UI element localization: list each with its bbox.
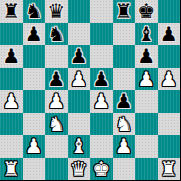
square-g5[interactable]: ♟ — [135, 68, 158, 91]
black-king-icon[interactable]: ♚ — [137, 0, 155, 22]
square-e5[interactable]: ♟ — [90, 68, 113, 91]
white-rook-icon[interactable]: ♜ — [2, 158, 20, 180]
black-queen-icon[interactable]: ♛ — [47, 0, 65, 22]
square-f3[interactable]: ♞ — [113, 113, 136, 136]
black-pawn-icon[interactable]: ♟ — [115, 90, 133, 112]
black-pawn-icon[interactable]: ♟ — [137, 45, 155, 67]
square-d2[interactable]: ♝ — [68, 135, 91, 158]
square-g4[interactable] — [135, 90, 158, 113]
square-h4[interactable] — [158, 90, 181, 113]
square-d4[interactable] — [68, 90, 91, 113]
square-a4[interactable]: ♟ — [0, 90, 23, 113]
white-bishop-icon[interactable]: ♝ — [70, 135, 88, 157]
square-b3[interactable] — [23, 113, 46, 136]
square-g1[interactable] — [135, 158, 158, 181]
square-d7[interactable] — [68, 23, 91, 46]
black-pawn-icon[interactable]: ♟ — [70, 45, 88, 67]
square-f5[interactable] — [113, 68, 136, 91]
square-e2[interactable] — [90, 135, 113, 158]
white-knight-icon[interactable]: ♞ — [115, 113, 133, 135]
square-e1[interactable]: ♚ — [90, 158, 113, 181]
white-pawn-icon[interactable]: ♟ — [137, 68, 155, 90]
square-f8[interactable]: ♜ — [113, 0, 136, 23]
square-h5[interactable]: ♟ — [158, 68, 181, 91]
black-pawn-icon[interactable]: ♟ — [25, 23, 43, 45]
white-pawn-icon[interactable]: ♟ — [92, 90, 110, 112]
black-pawn-icon[interactable]: ♟ — [160, 23, 178, 45]
black-bishop-icon[interactable]: ♝ — [137, 23, 155, 45]
black-pawn-icon[interactable]: ♟ — [92, 68, 110, 90]
square-c2[interactable] — [45, 135, 68, 158]
square-c8[interactable]: ♛ — [45, 0, 68, 23]
square-b8[interactable]: ♞ — [23, 0, 46, 23]
square-g3[interactable] — [135, 113, 158, 136]
square-h2[interactable] — [158, 135, 181, 158]
square-b6[interactable] — [23, 45, 46, 68]
black-knight-icon[interactable]: ♞ — [25, 0, 43, 22]
square-c6[interactable] — [45, 45, 68, 68]
white-pawn-icon[interactable]: ♟ — [47, 90, 65, 112]
white-king-icon[interactable]: ♚ — [92, 158, 110, 180]
square-d5[interactable]: ♟ — [68, 68, 91, 91]
white-pawn-icon[interactable]: ♟ — [115, 135, 133, 157]
white-pawn-icon[interactable]: ♟ — [70, 68, 88, 90]
square-d6[interactable]: ♟ — [68, 45, 91, 68]
square-a6[interactable]: ♟ — [0, 45, 23, 68]
square-h7[interactable]: ♟ — [158, 23, 181, 46]
square-b1[interactable] — [23, 158, 46, 181]
square-g2[interactable] — [135, 135, 158, 158]
square-h3[interactable] — [158, 113, 181, 136]
square-c4[interactable]: ♟ — [45, 90, 68, 113]
square-d3[interactable] — [68, 113, 91, 136]
square-d1[interactable]: ♛ — [68, 158, 91, 181]
square-a7[interactable] — [0, 23, 23, 46]
square-h1[interactable]: ♜ — [158, 158, 181, 181]
square-c7[interactable]: ♞ — [45, 23, 68, 46]
black-pawn-icon[interactable]: ♟ — [47, 68, 65, 90]
black-rook-icon[interactable]: ♜ — [115, 0, 133, 22]
square-a2[interactable] — [0, 135, 23, 158]
square-g6[interactable]: ♟ — [135, 45, 158, 68]
square-g7[interactable]: ♝ — [135, 23, 158, 46]
square-c3[interactable]: ♞ — [45, 113, 68, 136]
white-rook-icon[interactable]: ♜ — [160, 158, 178, 180]
square-b4[interactable] — [23, 90, 46, 113]
square-e3[interactable] — [90, 113, 113, 136]
square-b7[interactable]: ♟ — [23, 23, 46, 46]
square-e6[interactable] — [90, 45, 113, 68]
square-c1[interactable] — [45, 158, 68, 181]
black-knight-icon[interactable]: ♞ — [47, 23, 65, 45]
square-a1[interactable]: ♜ — [0, 158, 23, 181]
white-queen-icon[interactable]: ♛ — [70, 158, 88, 180]
white-pawn-icon[interactable]: ♟ — [2, 90, 20, 112]
square-a3[interactable] — [0, 113, 23, 136]
square-e8[interactable] — [90, 0, 113, 23]
square-d8[interactable] — [68, 0, 91, 23]
square-b2[interactable]: ♟ — [23, 135, 46, 158]
square-f6[interactable] — [113, 45, 136, 68]
square-e4[interactable]: ♟ — [90, 90, 113, 113]
black-pawn-icon[interactable]: ♟ — [2, 45, 20, 67]
square-c5[interactable]: ♟ — [45, 68, 68, 91]
square-a8[interactable]: ♜ — [0, 0, 23, 23]
square-e7[interactable] — [90, 23, 113, 46]
square-a5[interactable] — [0, 68, 23, 91]
white-knight-icon[interactable]: ♞ — [47, 113, 65, 135]
chess-board: ♜♞♛♜♚♟♞♝♟♟♟♟♟♟♟♟♟♟♟♟♟♞♞♟♝♟♜♛♚♜ — [0, 0, 180, 180]
square-g8[interactable]: ♚ — [135, 0, 158, 23]
square-f2[interactable]: ♟ — [113, 135, 136, 158]
white-pawn-icon[interactable]: ♟ — [25, 135, 43, 157]
square-f4[interactable]: ♟ — [113, 90, 136, 113]
square-f7[interactable] — [113, 23, 136, 46]
black-rook-icon[interactable]: ♜ — [2, 0, 20, 22]
square-b5[interactable] — [23, 68, 46, 91]
square-h6[interactable] — [158, 45, 181, 68]
square-f1[interactable] — [113, 158, 136, 181]
square-h8[interactable] — [158, 0, 181, 23]
white-pawn-icon[interactable]: ♟ — [160, 68, 178, 90]
